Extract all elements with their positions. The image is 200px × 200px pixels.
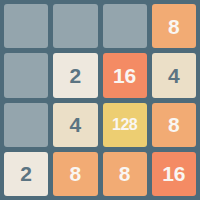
tile-128: 128 <box>103 103 147 147</box>
empty-cell <box>4 53 48 97</box>
tile-4: 4 <box>53 103 97 147</box>
tile-2: 2 <box>4 152 48 196</box>
empty-cell <box>4 103 48 147</box>
tile-4: 4 <box>152 53 196 97</box>
tile-8: 8 <box>53 152 97 196</box>
tile-16: 16 <box>103 53 147 97</box>
tile-8: 8 <box>152 103 196 147</box>
tile-8: 8 <box>152 4 196 48</box>
tile-16: 16 <box>152 152 196 196</box>
tile-2: 2 <box>53 53 97 97</box>
tile-8: 8 <box>103 152 147 196</box>
board-2048[interactable]: 821644128828816 <box>0 0 200 200</box>
empty-cell <box>4 4 48 48</box>
empty-cell <box>103 4 147 48</box>
empty-cell <box>53 4 97 48</box>
